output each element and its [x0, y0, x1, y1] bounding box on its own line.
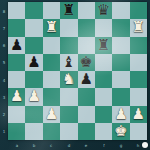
board-frame: ♜♛♜♜♟♜♟♝♚♞♟♟♟♟♟♟♚ 87654321abcdefgh — [0, 0, 150, 150]
square-f7[interactable] — [95, 19, 112, 36]
square-e2[interactable] — [78, 106, 95, 123]
piece-white-pawn-b3[interactable]: ♟ — [25, 88, 42, 105]
square-c1[interactable] — [43, 123, 60, 140]
square-c3[interactable] — [43, 88, 60, 105]
square-b2[interactable] — [25, 106, 42, 123]
piece-black-rook-d8[interactable]: ♜ — [60, 2, 77, 19]
square-e8[interactable] — [78, 2, 95, 19]
square-a7[interactable] — [8, 19, 25, 36]
square-g5[interactable] — [112, 54, 129, 71]
square-a6[interactable]: ♟ — [8, 37, 25, 54]
square-d1[interactable] — [60, 123, 77, 140]
rank-label-5: 5 — [2, 60, 7, 65]
square-b4[interactable] — [25, 71, 42, 88]
file-label-f: f — [100, 143, 108, 148]
square-d7[interactable] — [60, 19, 77, 36]
file-label-d: d — [65, 143, 73, 148]
rank-label-6: 6 — [2, 43, 7, 48]
piece-black-queen-f8[interactable]: ♛ — [95, 2, 112, 19]
square-e6[interactable] — [78, 37, 95, 54]
square-g3[interactable] — [112, 88, 129, 105]
square-b7[interactable] — [25, 19, 42, 36]
square-a2[interactable] — [8, 106, 25, 123]
rank-label-2: 2 — [2, 112, 7, 117]
square-c4[interactable] — [43, 71, 60, 88]
piece-black-king-e5[interactable]: ♚ — [78, 54, 95, 71]
rank-label-4: 4 — [2, 77, 7, 82]
piece-black-pawn-b5[interactable]: ♟ — [25, 54, 42, 71]
square-f6[interactable]: ♜ — [95, 37, 112, 54]
square-g7[interactable] — [112, 19, 129, 36]
piece-black-bishop-d5[interactable]: ♝ — [60, 54, 77, 71]
square-a3[interactable]: ♟ — [8, 88, 25, 105]
square-c5[interactable] — [43, 54, 60, 71]
square-g8[interactable] — [112, 2, 129, 19]
square-c8[interactable] — [43, 2, 60, 19]
square-e5[interactable]: ♚ — [78, 54, 95, 71]
square-f3[interactable] — [95, 88, 112, 105]
square-b6[interactable] — [25, 37, 42, 54]
square-h7[interactable]: ♜ — [130, 19, 147, 36]
square-a5[interactable] — [8, 54, 25, 71]
piece-white-pawn-c2[interactable]: ♟ — [43, 106, 60, 123]
piece-white-pawn-a3[interactable]: ♟ — [8, 88, 25, 105]
square-c7[interactable]: ♜ — [43, 19, 60, 36]
square-h4[interactable] — [130, 71, 147, 88]
piece-white-pawn-h2[interactable]: ♟ — [130, 106, 147, 123]
square-f2[interactable] — [95, 106, 112, 123]
rank-label-7: 7 — [2, 25, 7, 30]
square-h1[interactable] — [130, 123, 147, 140]
rank-label-1: 1 — [2, 129, 7, 134]
square-d2[interactable] — [60, 106, 77, 123]
square-h6[interactable] — [130, 37, 147, 54]
rank-label-3: 3 — [2, 94, 7, 99]
piece-white-rook-c7[interactable]: ♜ — [43, 19, 60, 36]
square-h5[interactable] — [130, 54, 147, 71]
square-f5[interactable] — [95, 54, 112, 71]
square-c2[interactable]: ♟ — [43, 106, 60, 123]
square-d8[interactable]: ♜ — [60, 2, 77, 19]
square-b8[interactable] — [25, 2, 42, 19]
chess-board: ♜♛♜♜♟♜♟♝♚♞♟♟♟♟♟♟♚ — [8, 2, 147, 140]
square-h3[interactable] — [130, 88, 147, 105]
square-f1[interactable] — [95, 123, 112, 140]
file-label-b: b — [30, 143, 38, 148]
square-e7[interactable] — [78, 19, 95, 36]
piece-white-pawn-g2[interactable]: ♟ — [112, 106, 129, 123]
square-h2[interactable]: ♟ — [130, 106, 147, 123]
rank-label-8: 8 — [2, 8, 7, 13]
file-label-a: a — [13, 143, 21, 148]
piece-white-knight-d4[interactable]: ♞ — [60, 71, 77, 88]
piece-black-pawn-a6[interactable]: ♟ — [8, 37, 25, 54]
piece-white-king-g1[interactable]: ♚ — [112, 123, 129, 140]
white-to-move-indicator — [142, 142, 148, 148]
square-d5[interactable]: ♝ — [60, 54, 77, 71]
square-e4[interactable]: ♟ — [78, 71, 95, 88]
square-g6[interactable] — [112, 37, 129, 54]
file-label-e: e — [82, 143, 90, 148]
square-g2[interactable]: ♟ — [112, 106, 129, 123]
piece-black-rook-f6[interactable]: ♜ — [95, 37, 112, 54]
square-f4[interactable] — [95, 71, 112, 88]
square-d3[interactable] — [60, 88, 77, 105]
square-c6[interactable] — [43, 37, 60, 54]
square-e1[interactable] — [78, 123, 95, 140]
square-e3[interactable] — [78, 88, 95, 105]
file-label-g: g — [117, 143, 125, 148]
square-b3[interactable]: ♟ — [25, 88, 42, 105]
square-a1[interactable] — [8, 123, 25, 140]
square-h8[interactable] — [130, 2, 147, 19]
square-b5[interactable]: ♟ — [25, 54, 42, 71]
square-d6[interactable] — [60, 37, 77, 54]
square-a4[interactable] — [8, 71, 25, 88]
square-f8[interactable]: ♛ — [95, 2, 112, 19]
square-g4[interactable] — [112, 71, 129, 88]
square-g1[interactable]: ♚ — [112, 123, 129, 140]
square-d4[interactable]: ♞ — [60, 71, 77, 88]
piece-black-pawn-e4[interactable]: ♟ — [78, 71, 95, 88]
piece-white-rook-h7[interactable]: ♜ — [130, 19, 147, 36]
square-a8[interactable] — [8, 2, 25, 19]
square-b1[interactable] — [25, 123, 42, 140]
file-label-c: c — [47, 143, 55, 148]
